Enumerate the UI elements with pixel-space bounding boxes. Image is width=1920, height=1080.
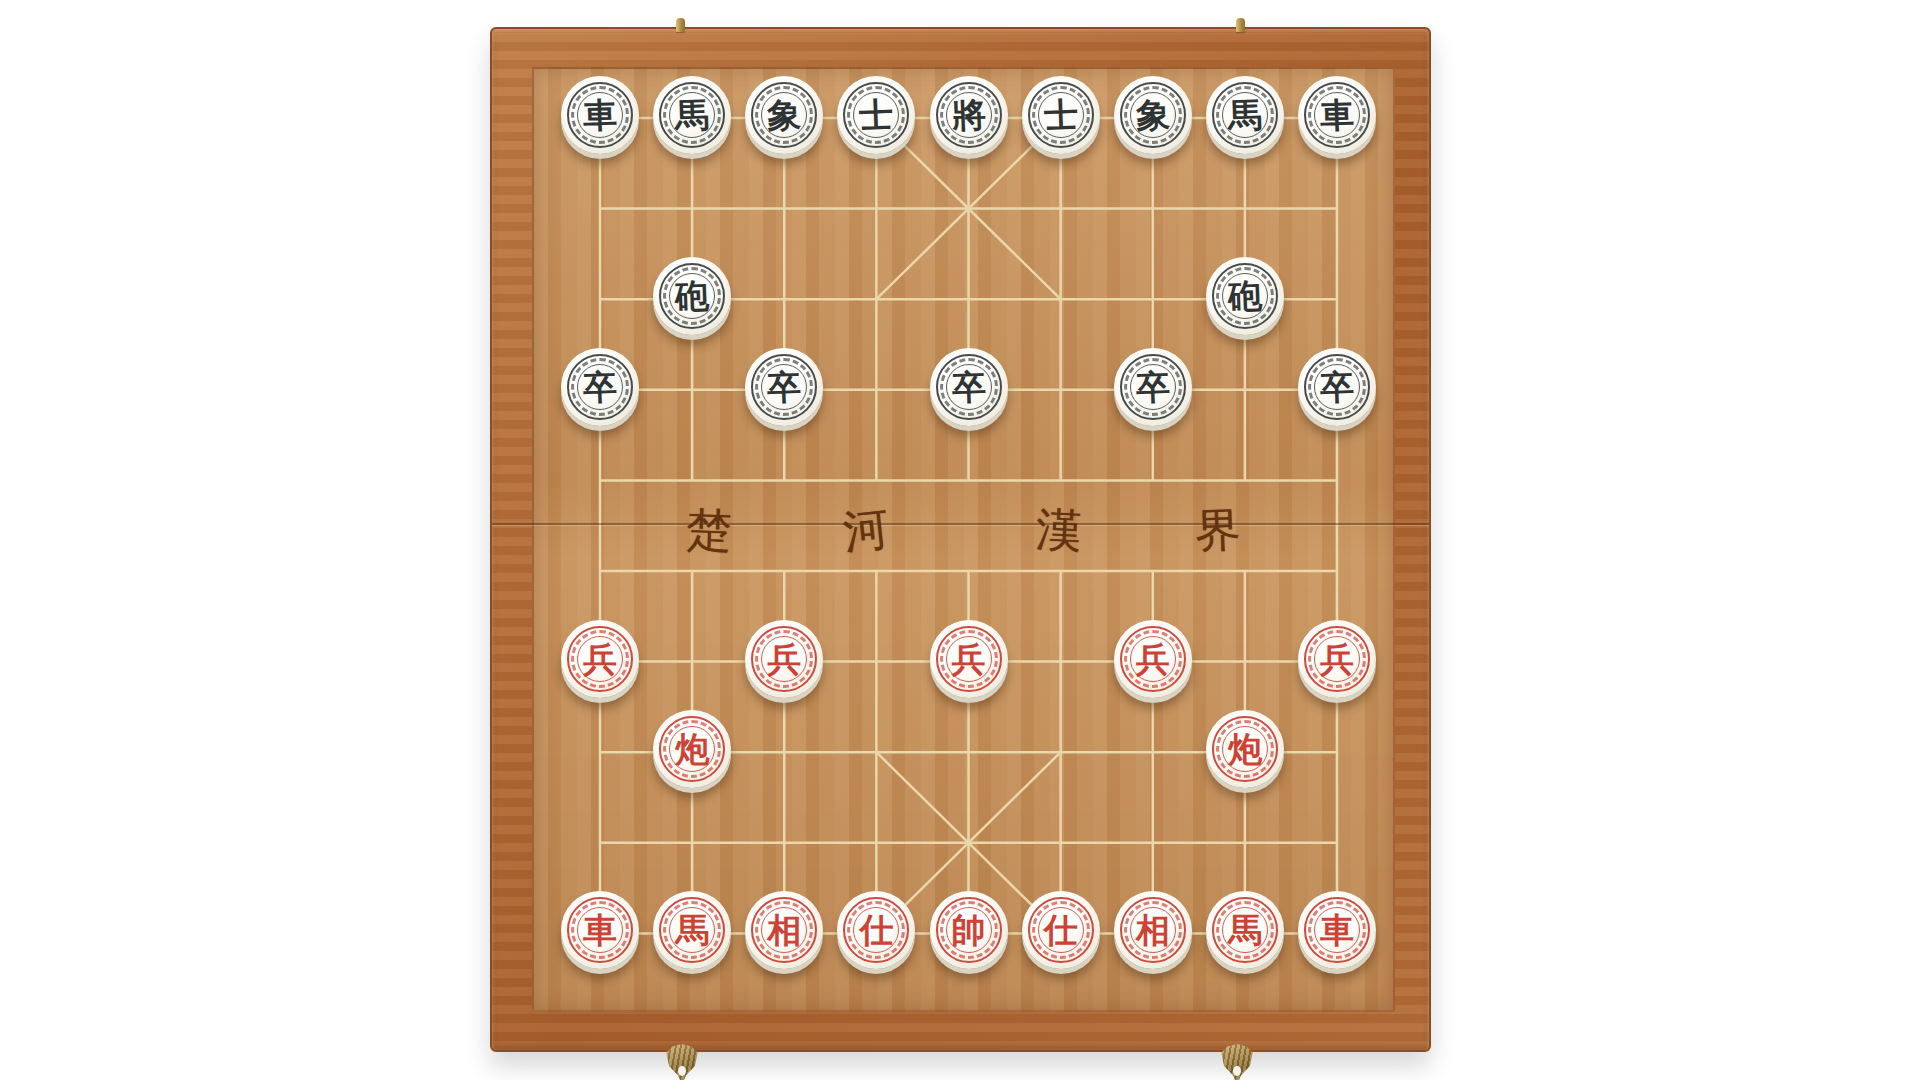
piece-glyph: 兵 — [1298, 620, 1376, 698]
piece-red-soldier[interactable]: 兵 — [745, 620, 823, 698]
piece-glyph: 仕 — [1022, 891, 1100, 969]
piece-glyph: 炮 — [653, 710, 731, 788]
piece-black-chariot[interactable]: 車 — [1298, 76, 1376, 154]
hinge-pin-left — [676, 18, 685, 32]
river-character: 河 — [828, 498, 904, 563]
piece-black-soldier[interactable]: 卒 — [561, 348, 639, 426]
piece-black-cannon[interactable]: 砲 — [653, 257, 731, 335]
river-character: 漢 — [1023, 499, 1096, 561]
piece-red-soldier[interactable]: 兵 — [930, 620, 1008, 698]
piece-red-cannon[interactable]: 炮 — [1206, 710, 1284, 788]
piece-red-chariot[interactable]: 車 — [1298, 891, 1376, 969]
brass-clasp-left — [665, 1044, 699, 1080]
piece-glyph: 車 — [1297, 75, 1378, 156]
piece-black-advisor[interactable]: 士 — [1022, 76, 1100, 154]
piece-red-elephant[interactable]: 相 — [745, 891, 823, 969]
piece-glyph: 兵 — [561, 620, 639, 698]
piece-glyph: 卒 — [744, 346, 825, 427]
piece-red-soldier[interactable]: 兵 — [1114, 620, 1192, 698]
piece-black-chariot[interactable]: 車 — [561, 76, 639, 154]
piece-glyph: 馬 — [1205, 75, 1286, 156]
piece-glyph: 兵 — [1114, 620, 1192, 698]
piece-glyph: 車 — [560, 75, 641, 156]
piece-glyph: 馬 — [652, 75, 733, 156]
piece-black-elephant[interactable]: 象 — [745, 76, 823, 154]
piece-red-elephant[interactable]: 相 — [1114, 891, 1192, 969]
piece-glyph: 帥 — [930, 891, 1008, 969]
piece-black-horse[interactable]: 馬 — [653, 76, 731, 154]
piece-black-soldier[interactable]: 卒 — [930, 348, 1008, 426]
piece-glyph: 車 — [1298, 891, 1376, 969]
piece-glyph: 卒 — [560, 346, 641, 427]
piece-glyph: 馬 — [1206, 891, 1284, 969]
piece-glyph: 砲 — [1205, 256, 1286, 337]
piece-black-cannon[interactable]: 砲 — [1206, 257, 1284, 335]
piece-red-chariot[interactable]: 車 — [561, 891, 639, 969]
piece-black-general[interactable]: 將 — [930, 76, 1008, 154]
piece-red-horse[interactable]: 馬 — [1206, 891, 1284, 969]
board-fold-seam — [492, 523, 1429, 525]
piece-glyph: 炮 — [1206, 710, 1284, 788]
piece-red-horse[interactable]: 馬 — [653, 891, 731, 969]
piece-black-soldier[interactable]: 卒 — [745, 348, 823, 426]
piece-red-soldier[interactable]: 兵 — [561, 620, 639, 698]
piece-glyph: 馬 — [653, 891, 731, 969]
piece-glyph: 兵 — [745, 620, 823, 698]
piece-glyph: 卒 — [1112, 346, 1193, 427]
piece-black-advisor[interactable]: 士 — [837, 76, 915, 154]
piece-red-advisor[interactable]: 仕 — [837, 891, 915, 969]
river-character: 界 — [1182, 500, 1254, 560]
piece-glyph: 仕 — [837, 891, 915, 969]
piece-black-elephant[interactable]: 象 — [1114, 76, 1192, 154]
piece-glyph: 相 — [745, 891, 823, 969]
piece-red-soldier[interactable]: 兵 — [1298, 620, 1376, 698]
piece-black-soldier[interactable]: 卒 — [1298, 348, 1376, 426]
piece-red-advisor[interactable]: 仕 — [1022, 891, 1100, 969]
hinge-pin-right — [1236, 18, 1245, 32]
piece-glyph: 卒 — [1297, 346, 1378, 427]
piece-glyph: 兵 — [930, 620, 1008, 698]
piece-black-soldier[interactable]: 卒 — [1114, 348, 1192, 426]
xiangqi-board: 楚河漢界 車馬象士將士象馬車砲砲卒卒卒卒卒兵兵兵兵兵炮炮車馬相仕帥仕相馬車 — [490, 27, 1431, 1052]
brass-clasp-right — [1220, 1044, 1254, 1080]
piece-glyph: 士 — [836, 75, 917, 156]
piece-glyph: 象 — [1112, 75, 1193, 156]
piece-black-horse[interactable]: 馬 — [1206, 76, 1284, 154]
piece-glyph: 象 — [744, 75, 825, 156]
piece-red-cannon[interactable]: 炮 — [653, 710, 731, 788]
piece-glyph: 相 — [1114, 891, 1192, 969]
river-character: 楚 — [673, 500, 745, 560]
piece-red-general[interactable]: 帥 — [930, 891, 1008, 969]
piece-glyph: 砲 — [652, 256, 733, 337]
piece-glyph: 車 — [561, 891, 639, 969]
piece-glyph: 將 — [928, 75, 1009, 156]
piece-glyph: 士 — [1020, 75, 1101, 156]
piece-glyph: 卒 — [928, 346, 1009, 427]
